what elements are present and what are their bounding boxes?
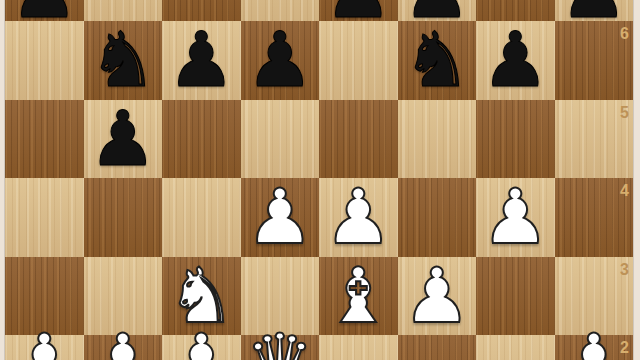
square-a7[interactable]: ♟ <box>5 0 84 21</box>
square-b4[interactable] <box>84 178 163 257</box>
square-b2[interactable]: ♟ <box>84 335 163 360</box>
square-g3[interactable] <box>476 257 555 336</box>
square-e6[interactable] <box>319 21 398 100</box>
square-c4[interactable] <box>162 178 241 257</box>
chess-board[interactable]: ♟♟♟♟♞♟♟♞♟♟♟♟♟♞♝♟♟♟♟♛♟87654321 <box>5 0 633 360</box>
chess-board-viewport: ♟♟♟♟♞♟♟♞♟♟♟♟♟♞♝♟♟♟♟♛♟87654321 <box>0 0 640 360</box>
black-knight-b6[interactable]: ♞ <box>84 21 163 100</box>
white-bishop-e3[interactable]: ♝ <box>319 257 398 336</box>
white-pawn-b2[interactable]: ♟ <box>84 323 163 360</box>
square-f3[interactable]: ♟ <box>398 257 477 336</box>
square-d2[interactable]: ♛ <box>241 335 320 360</box>
rank-label-5: 5 <box>620 105 629 121</box>
square-a5[interactable] <box>5 100 84 179</box>
white-pawn-d4[interactable]: ♟ <box>241 178 320 257</box>
square-c5[interactable] <box>162 100 241 179</box>
white-pawn-f3[interactable]: ♟ <box>398 257 477 336</box>
black-pawn-d6[interactable]: ♟ <box>241 21 320 100</box>
square-f5[interactable] <box>398 100 477 179</box>
rank-label-2: 2 <box>620 340 629 356</box>
square-e7[interactable]: ♟ <box>319 0 398 21</box>
square-f4[interactable] <box>398 178 477 257</box>
square-g4[interactable]: ♟ <box>476 178 555 257</box>
white-pawn-c2[interactable]: ♟ <box>162 323 241 360</box>
square-e3[interactable]: ♝ <box>319 257 398 336</box>
square-d6[interactable]: ♟ <box>241 21 320 100</box>
square-g2[interactable] <box>476 335 555 360</box>
white-pawn-e4[interactable]: ♟ <box>319 178 398 257</box>
rank-label-6: 6 <box>620 26 629 42</box>
square-d5[interactable] <box>241 100 320 179</box>
square-e5[interactable] <box>319 100 398 179</box>
square-e2[interactable] <box>319 335 398 360</box>
white-pawn-g4[interactable]: ♟ <box>476 178 555 257</box>
black-pawn-g6[interactable]: ♟ <box>476 21 555 100</box>
black-knight-f6[interactable]: ♞ <box>398 21 477 100</box>
square-a4[interactable] <box>5 178 84 257</box>
square-g6[interactable]: ♟ <box>476 21 555 100</box>
square-b6[interactable]: ♞ <box>84 21 163 100</box>
rank-label-4: 4 <box>620 183 629 199</box>
square-h7[interactable]: ♟ <box>555 0 634 21</box>
square-a6[interactable] <box>5 21 84 100</box>
black-pawn-b5[interactable]: ♟ <box>84 100 163 179</box>
square-b5[interactable]: ♟ <box>84 100 163 179</box>
rank-label-3: 3 <box>620 262 629 278</box>
square-e4[interactable]: ♟ <box>319 178 398 257</box>
square-g5[interactable] <box>476 100 555 179</box>
black-pawn-c6[interactable]: ♟ <box>162 21 241 100</box>
white-queen-d2[interactable]: ♛ <box>241 323 320 360</box>
square-c2[interactable]: ♟ <box>162 335 241 360</box>
square-c6[interactable]: ♟ <box>162 21 241 100</box>
square-d4[interactable]: ♟ <box>241 178 320 257</box>
square-a2[interactable]: ♟ <box>5 335 84 360</box>
square-f6[interactable]: ♞ <box>398 21 477 100</box>
white-pawn-a2[interactable]: ♟ <box>5 323 84 360</box>
square-f2[interactable] <box>398 335 477 360</box>
